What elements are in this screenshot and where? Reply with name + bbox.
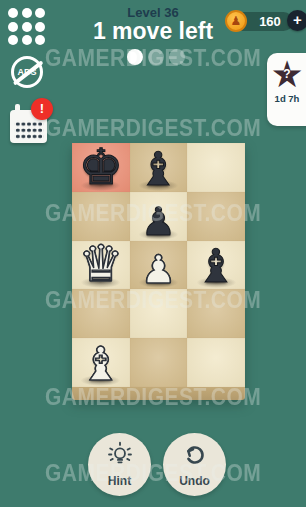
- undo-label: Undo: [163, 474, 226, 488]
- board-cell[interactable]: ♟: [130, 241, 188, 290]
- piece-white-pawn[interactable]: ♟: [141, 250, 176, 289]
- watermark: GAMERDIGEST.COM: [45, 115, 261, 141]
- app-screen: GAMERDIGEST.COM GAMERDIGEST.COM GAMERDIG…: [0, 0, 306, 507]
- no-ads-icon[interactable]: ADS: [11, 56, 43, 88]
- piece-shadow: [81, 277, 121, 288]
- board-cell[interactable]: [72, 192, 130, 241]
- undo-button[interactable]: Undo: [163, 433, 226, 496]
- piece-white-queen[interactable]: ♛: [78, 239, 123, 289]
- board-cell[interactable]: [130, 289, 188, 338]
- piece-black-bishop[interactable]: ♝: [138, 146, 179, 192]
- coin-icon: ♟: [225, 10, 247, 32]
- board-cell[interactable]: [72, 289, 130, 338]
- piece-shadow: [138, 229, 178, 240]
- coin-count: 160: [251, 12, 289, 31]
- hint-label: Hint: [88, 474, 151, 488]
- piece-shadow: [81, 180, 121, 191]
- board-cell[interactable]: [187, 289, 245, 338]
- board-cell[interactable]: ♝: [130, 143, 188, 192]
- mystery-reward-card[interactable]: ★ ? 1d 7h: [267, 53, 306, 126]
- board-cell[interactable]: [187, 143, 245, 192]
- ads-label: ADS: [17, 67, 36, 77]
- undo-arrow-icon: [181, 455, 209, 472]
- reward-timer: 1d 7h: [267, 93, 306, 104]
- board-cell[interactable]: ♚: [72, 143, 130, 192]
- hint-button[interactable]: Hint: [88, 433, 151, 496]
- board-cell[interactable]: ♛: [72, 241, 130, 290]
- coin-counter[interactable]: ♟ 160: [227, 12, 293, 31]
- board-cell[interactable]: ♝: [72, 338, 130, 387]
- piece-shadow: [81, 375, 121, 386]
- calendar-dots: [14, 120, 44, 139]
- board-cell[interactable]: [187, 338, 245, 387]
- piece-shadow: [138, 277, 178, 288]
- piece-black-pawn[interactable]: ♟: [141, 202, 176, 241]
- add-coins-button[interactable]: +: [287, 10, 306, 31]
- progress-dots: [6, 49, 306, 65]
- chess-board: ♚♝♟♛♟♝♝: [72, 143, 245, 400]
- board-cell[interactable]: ♟: [130, 192, 188, 241]
- piece-black-bishop[interactable]: ♝: [196, 243, 237, 289]
- lightbulb-icon: [106, 455, 134, 472]
- board-cell[interactable]: ♝: [187, 241, 245, 290]
- progress-dot: [148, 49, 164, 65]
- piece-black-king[interactable]: ♚: [78, 142, 123, 192]
- piece-shadow: [138, 180, 178, 191]
- piece-shadow: [196, 277, 236, 288]
- progress-dot: [169, 49, 185, 65]
- notification-badge: !: [31, 98, 53, 120]
- board-grid: ♚♝♟♛♟♝♝: [72, 143, 245, 387]
- board-cell[interactable]: [130, 338, 188, 387]
- watermark: GAMERDIGEST.COM: [45, 460, 261, 486]
- board-cell[interactable]: [187, 192, 245, 241]
- piece-white-bishop[interactable]: ♝: [80, 341, 121, 387]
- progress-dot: [127, 49, 143, 65]
- question-mark: ?: [267, 67, 306, 81]
